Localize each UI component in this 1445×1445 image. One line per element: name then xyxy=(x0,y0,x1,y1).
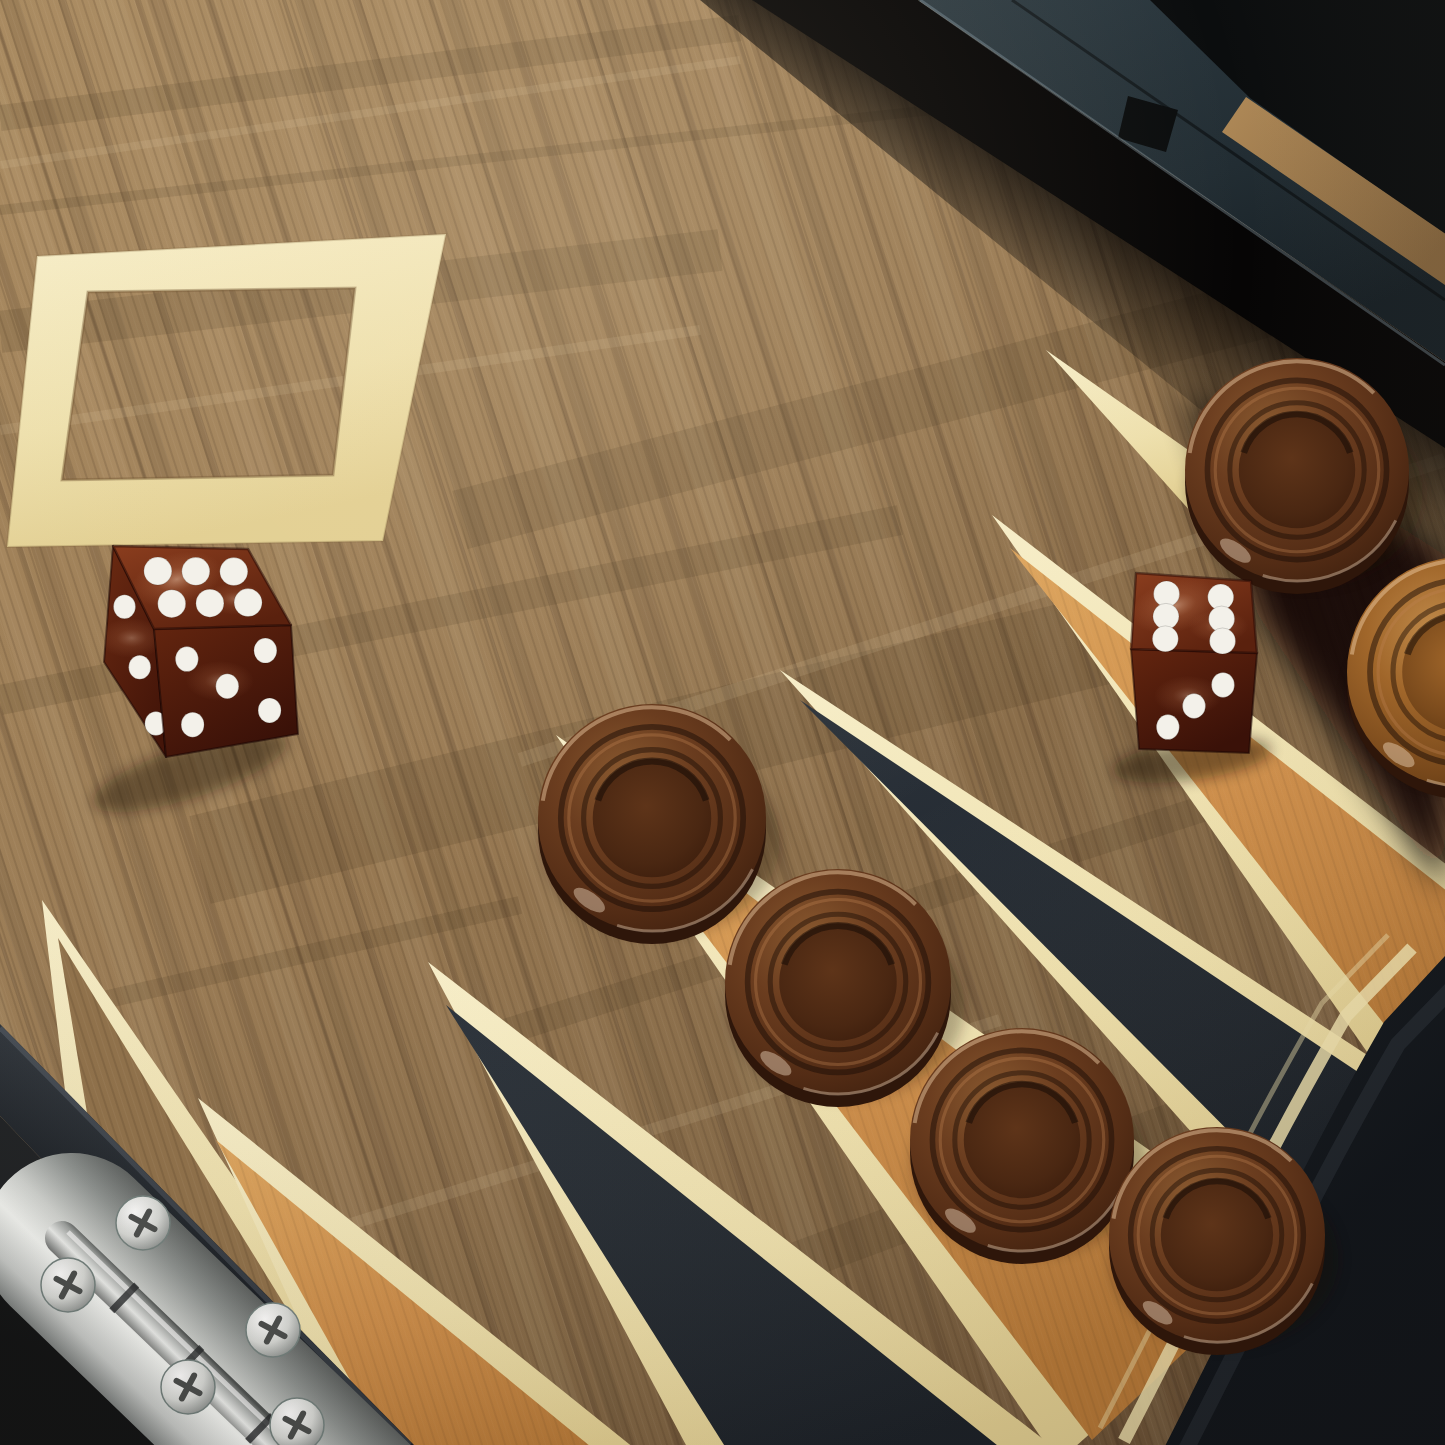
hinge-screw-5 xyxy=(270,1398,324,1445)
backgammon-board-scene: Walnut backgammon case close-up xyxy=(0,0,1445,1445)
hinge-screw-4 xyxy=(246,1303,300,1357)
hinge-screw-1 xyxy=(116,1196,170,1250)
die-right[interactable] xyxy=(1110,569,1274,791)
hinge-screw-3 xyxy=(161,1360,215,1414)
backgammon-photo: Walnut backgammon case close-up xyxy=(0,0,1445,1445)
hinge-screw-2 xyxy=(41,1258,95,1312)
